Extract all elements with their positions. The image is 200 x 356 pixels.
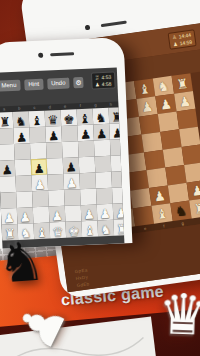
front-phone-screen: Menu Hint Undo ⚙ ♖4:53♟4:58 abcdefgh ♜♞♝…: [0, 67, 124, 248]
board-square[interactable]: ♟: [63, 173, 80, 190]
white-queen-piece: ♛: [157, 285, 200, 345]
board-square[interactable]: ♟: [93, 124, 110, 141]
board-square[interactable]: ♞: [93, 108, 110, 125]
board-square[interactable]: [47, 174, 64, 191]
board-square[interactable]: [15, 175, 32, 192]
board-square[interactable]: ♟: [1, 208, 18, 225]
board-square[interactable]: ♛: [49, 222, 66, 239]
board-square[interactable]: [0, 128, 14, 145]
board-square[interactable]: ♚: [61, 109, 78, 126]
speaker-slit-icon: [50, 52, 74, 56]
board-square[interactable]: ♜: [109, 107, 125, 124]
board-square[interactable]: ♟: [113, 203, 125, 220]
board-square[interactable]: ♛: [45, 110, 62, 127]
board-square[interactable]: [15, 159, 32, 176]
clock-row: ♟4:58: [95, 81, 111, 88]
white-bishop-piece[interactable]: ♝: [155, 206, 169, 222]
board-square[interactable]: ♚: [65, 221, 82, 238]
white-pawn-piece[interactable]: ♟: [159, 96, 173, 112]
white-bishop-piece[interactable]: ♝: [84, 224, 96, 238]
white-pawn-piece[interactable]: ♟: [191, 183, 200, 199]
white-bishop-piece[interactable]: ♝: [138, 81, 152, 97]
undo-button[interactable]: Undo: [47, 78, 70, 90]
black-pawn-icon: ♟: [173, 40, 178, 47]
front-phone: Menu Hint Undo ⚙ ♖4:53♟4:58 abcdefgh ♜♞♝…: [0, 37, 132, 249]
board-square[interactable]: ♟: [45, 126, 62, 143]
clock-time: 4:58: [102, 81, 112, 87]
board-square[interactable]: ♝: [81, 220, 98, 237]
board-square[interactable]: ♜: [113, 219, 124, 236]
game-clock: ♖4:53♟4:58: [91, 72, 116, 90]
white-rook-piece[interactable]: ♜: [175, 76, 189, 92]
board-square[interactable]: [62, 141, 79, 158]
board-square[interactable]: ♟: [49, 206, 66, 223]
board-square[interactable]: ♟: [0, 160, 15, 177]
white-queen-piece[interactable]: ♛: [52, 225, 64, 239]
board-square[interactable]: [65, 205, 82, 222]
board-square[interactable]: ♟: [97, 204, 114, 221]
board-square[interactable]: ♞: [97, 220, 114, 237]
promo-screenshot: Play the classic game ⚙ ♙14:44♟14:59 ♝♞♜…: [0, 0, 200, 356]
board-square[interactable]: [112, 187, 124, 204]
board-square[interactable]: [47, 158, 64, 175]
board-square[interactable]: [78, 141, 95, 158]
board-square[interactable]: [111, 155, 125, 172]
white-rook-piece[interactable]: ♜: [116, 222, 125, 236]
white-rook-icon: ♖: [95, 74, 100, 80]
white-rook-piece[interactable]: ♜: [193, 200, 200, 216]
board-square[interactable]: [48, 190, 65, 207]
board-square[interactable]: [94, 140, 111, 157]
board-square[interactable]: [184, 162, 200, 182]
board-square[interactable]: [29, 127, 46, 144]
hint-button[interactable]: Hint: [24, 79, 43, 91]
board-square[interactable]: [64, 189, 81, 206]
board-square[interactable]: ♜: [0, 112, 13, 129]
camera-dot-icon: [38, 53, 43, 58]
board-square[interactable]: ♟: [31, 159, 48, 176]
clock-time: 14:59: [179, 38, 192, 46]
board-square[interactable]: [79, 157, 96, 174]
black-knight-piece: ♞: [0, 232, 47, 291]
clock-row: ♟14:59: [173, 38, 193, 47]
board-square[interactable]: [16, 191, 33, 208]
speaker-slit-icon: [101, 21, 127, 28]
clock-row: ♖4:53: [95, 74, 111, 81]
black-knight-piece[interactable]: ♞: [174, 203, 188, 219]
white-pawn-piece[interactable]: ♟: [153, 188, 167, 204]
white-knight-piece[interactable]: ♞: [157, 78, 171, 94]
board-square[interactable]: ♟: [31, 175, 48, 192]
settings-gear-button[interactable]: ⚙: [73, 77, 84, 88]
board-square[interactable]: ♟: [109, 123, 124, 140]
white-pawn-piece[interactable]: ♟: [178, 93, 192, 109]
board-square[interactable]: ♟: [63, 157, 80, 174]
board-square[interactable]: ♟: [17, 207, 34, 224]
board-square[interactable]: [61, 125, 78, 142]
front-chess-board[interactable]: ♜♞♝♛♚♝♞♜♟♟♟♟♟♟♟♟♟♟♟♟♟♟♟♟♜♞♝♛♚♝♞♜: [0, 107, 124, 240]
toolbar: Menu Hint Undo ⚙ ♖4:53♟4:58: [0, 67, 118, 98]
board-square[interactable]: [33, 207, 50, 224]
camera-dot-icon: [85, 25, 91, 31]
board-square[interactable]: [32, 191, 49, 208]
board-square[interactable]: [95, 172, 112, 189]
board-square[interactable]: [0, 176, 16, 193]
board-square[interactable]: [111, 171, 124, 188]
white-pawn-piece[interactable]: ♟: [140, 99, 154, 115]
game-clock: ♙14:44♟14:59: [168, 29, 197, 50]
menu-button[interactable]: Menu: [0, 80, 21, 92]
board-square[interactable]: [0, 144, 15, 161]
board-square[interactable]: ♝: [29, 111, 46, 128]
white-king-piece[interactable]: ♚: [68, 224, 80, 238]
black-pawn-icon: ♟: [95, 81, 100, 87]
white-pawn-icon: ♙: [172, 33, 177, 40]
board-square[interactable]: [96, 188, 113, 205]
board-square[interactable]: ♟: [81, 204, 98, 221]
clock-time: 4:53: [101, 74, 111, 80]
board-square[interactable]: [95, 156, 112, 173]
board-square[interactable]: [80, 188, 97, 205]
board-square[interactable]: [0, 192, 17, 209]
board-square[interactable]: [14, 143, 31, 160]
board-square[interactable]: ♟: [77, 125, 94, 142]
board-square[interactable]: ♟: [187, 180, 200, 200]
board-square[interactable]: ♝: [77, 109, 94, 126]
board-square[interactable]: [182, 144, 200, 164]
board-square[interactable]: [110, 139, 125, 156]
board-square[interactable]: [30, 143, 47, 160]
board-square[interactable]: [79, 172, 96, 189]
board-square[interactable]: ♞: [13, 111, 30, 128]
white-knight-piece[interactable]: ♞: [100, 223, 112, 237]
board-square[interactable]: [46, 142, 63, 159]
board-square[interactable]: ♟: [13, 127, 30, 144]
board-square[interactable]: ♜: [189, 198, 200, 218]
